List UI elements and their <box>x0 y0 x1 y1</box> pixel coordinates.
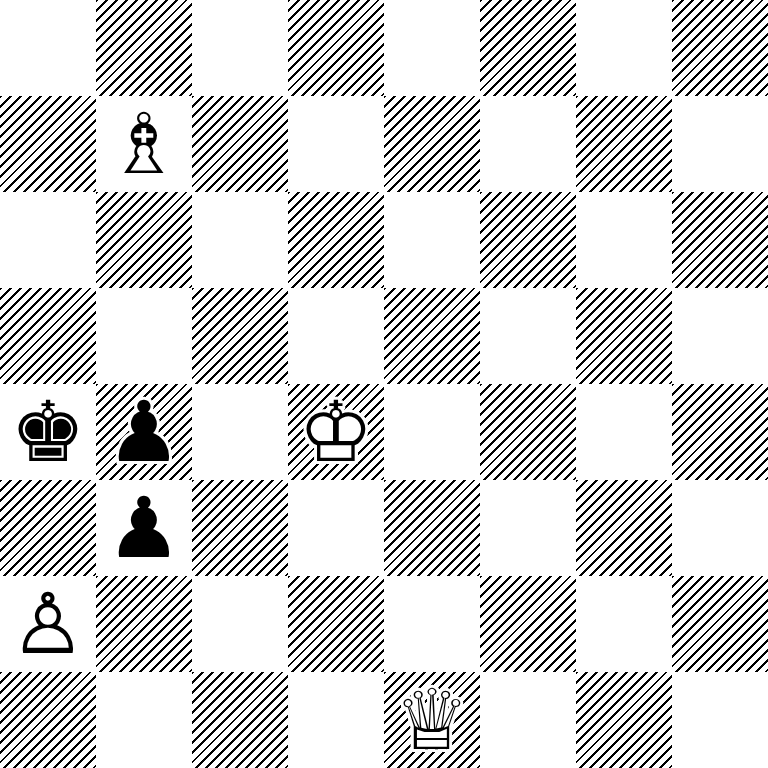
square-d8[interactable] <box>288 0 384 96</box>
square-g8[interactable] <box>576 0 672 96</box>
square-b3[interactable]: ♟♟ <box>96 480 192 576</box>
black-pawn-outline: ♟ <box>96 384 192 480</box>
square-a6[interactable] <box>0 192 96 288</box>
square-b6[interactable] <box>96 192 192 288</box>
square-b1[interactable] <box>96 672 192 768</box>
chess-board: ♝♗♚♚♟♟♚♔♟♟♟♙♛♕ <box>0 0 768 768</box>
white-bishop[interactable]: ♝♗ <box>96 96 192 192</box>
square-f4[interactable] <box>480 384 576 480</box>
square-d1[interactable] <box>288 672 384 768</box>
square-c4[interactable] <box>192 384 288 480</box>
black-pawn[interactable]: ♟♟ <box>96 480 192 576</box>
white-queen[interactable]: ♛♕ <box>384 672 480 768</box>
square-b7[interactable]: ♝♗ <box>96 96 192 192</box>
square-f6[interactable] <box>480 192 576 288</box>
square-g3[interactable] <box>576 480 672 576</box>
square-g4[interactable] <box>576 384 672 480</box>
square-f1[interactable] <box>480 672 576 768</box>
square-c1[interactable] <box>192 672 288 768</box>
square-e2[interactable] <box>384 576 480 672</box>
square-g5[interactable] <box>576 288 672 384</box>
square-c6[interactable] <box>192 192 288 288</box>
square-h2[interactable] <box>672 576 768 672</box>
square-e8[interactable] <box>384 0 480 96</box>
square-d3[interactable] <box>288 480 384 576</box>
white-pawn[interactable]: ♟♙ <box>0 576 96 672</box>
square-e5[interactable] <box>384 288 480 384</box>
white-queen-outline: ♕ <box>384 672 480 768</box>
square-a8[interactable] <box>0 0 96 96</box>
square-e3[interactable] <box>384 480 480 576</box>
square-d5[interactable] <box>288 288 384 384</box>
square-g6[interactable] <box>576 192 672 288</box>
black-pawn[interactable]: ♟♟ <box>96 384 192 480</box>
square-a1[interactable] <box>0 672 96 768</box>
square-b5[interactable] <box>96 288 192 384</box>
square-c2[interactable] <box>192 576 288 672</box>
square-h7[interactable] <box>672 96 768 192</box>
square-d7[interactable] <box>288 96 384 192</box>
white-king[interactable]: ♚♔ <box>288 384 384 480</box>
square-e1[interactable]: ♛♕ <box>384 672 480 768</box>
square-h4[interactable] <box>672 384 768 480</box>
white-pawn-outline: ♙ <box>0 576 96 672</box>
square-b4[interactable]: ♟♟ <box>96 384 192 480</box>
square-a4[interactable]: ♚♚ <box>0 384 96 480</box>
black-king-outline: ♚ <box>0 384 96 480</box>
square-a5[interactable] <box>0 288 96 384</box>
square-h6[interactable] <box>672 192 768 288</box>
square-f7[interactable] <box>480 96 576 192</box>
square-f8[interactable] <box>480 0 576 96</box>
square-d6[interactable] <box>288 192 384 288</box>
square-a2[interactable]: ♟♙ <box>0 576 96 672</box>
square-g2[interactable] <box>576 576 672 672</box>
square-c3[interactable] <box>192 480 288 576</box>
square-g1[interactable] <box>576 672 672 768</box>
white-bishop-outline: ♗ <box>96 96 192 192</box>
square-f3[interactable] <box>480 480 576 576</box>
square-h8[interactable] <box>672 0 768 96</box>
black-king[interactable]: ♚♚ <box>0 384 96 480</box>
square-h3[interactable] <box>672 480 768 576</box>
square-c7[interactable] <box>192 96 288 192</box>
square-a3[interactable] <box>0 480 96 576</box>
square-f2[interactable] <box>480 576 576 672</box>
square-g7[interactable] <box>576 96 672 192</box>
square-a7[interactable] <box>0 96 96 192</box>
white-king-outline: ♔ <box>288 384 384 480</box>
square-d4[interactable]: ♚♔ <box>288 384 384 480</box>
square-h1[interactable] <box>672 672 768 768</box>
square-f5[interactable] <box>480 288 576 384</box>
square-e7[interactable] <box>384 96 480 192</box>
black-pawn-outline: ♟ <box>96 480 192 576</box>
square-b8[interactable] <box>96 0 192 96</box>
square-c8[interactable] <box>192 0 288 96</box>
square-e4[interactable] <box>384 384 480 480</box>
square-b2[interactable] <box>96 576 192 672</box>
square-e6[interactable] <box>384 192 480 288</box>
square-d2[interactable] <box>288 576 384 672</box>
square-h5[interactable] <box>672 288 768 384</box>
square-c5[interactable] <box>192 288 288 384</box>
